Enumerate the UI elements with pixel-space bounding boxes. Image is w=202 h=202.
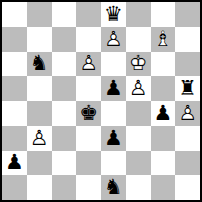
square-a3[interactable] (2, 126, 27, 151)
black-rook-piece: ♜ (175, 76, 200, 101)
square-b7[interactable] (27, 27, 52, 52)
square-a7[interactable] (2, 27, 27, 52)
square-e8[interactable]: ♛ (101, 2, 126, 27)
square-e2[interactable] (101, 151, 126, 176)
square-f3[interactable] (126, 126, 151, 151)
square-h6[interactable] (175, 52, 200, 77)
white-pawn-piece: ♟♙ (175, 101, 200, 126)
black-king-piece: ♚ (76, 101, 101, 126)
square-e5[interactable]: ♟ (101, 76, 126, 101)
square-g1[interactable] (151, 175, 176, 200)
square-g8[interactable] (151, 2, 176, 27)
square-h2[interactable] (175, 151, 200, 176)
square-d4[interactable]: ♚ (76, 101, 101, 126)
square-e6[interactable] (101, 52, 126, 77)
square-e3[interactable]: ♟ (101, 126, 126, 151)
chess-board: ♛♟♙♝♗♞♟♙♚♔♟♟♙♜♚♟♟♙♟♙♟♟♞ (0, 0, 202, 202)
square-b5[interactable] (27, 76, 52, 101)
square-c6[interactable] (52, 52, 77, 77)
square-d3[interactable] (76, 126, 101, 151)
black-queen-piece: ♛ (101, 2, 126, 27)
square-c3[interactable] (52, 126, 77, 151)
white-pawn-piece: ♟♙ (101, 27, 126, 52)
square-c8[interactable] (52, 2, 77, 27)
square-a1[interactable] (2, 175, 27, 200)
square-h5[interactable]: ♜ (175, 76, 200, 101)
square-e1[interactable]: ♞ (101, 175, 126, 200)
square-b2[interactable] (27, 151, 52, 176)
square-g3[interactable] (151, 126, 176, 151)
square-f4[interactable] (126, 101, 151, 126)
white-bishop-piece: ♝♗ (151, 27, 176, 52)
black-knight-piece: ♞ (27, 52, 52, 77)
square-e7[interactable]: ♟♙ (101, 27, 126, 52)
square-d6[interactable]: ♟♙ (76, 52, 101, 77)
black-pawn-piece: ♟ (101, 126, 126, 151)
black-pawn-piece: ♟ (151, 101, 176, 126)
white-king-piece: ♚♔ (126, 52, 151, 77)
square-g6[interactable] (151, 52, 176, 77)
square-a8[interactable] (2, 2, 27, 27)
white-pawn-piece: ♟♙ (27, 126, 52, 151)
square-h8[interactable] (175, 2, 200, 27)
square-b4[interactable] (27, 101, 52, 126)
black-pawn-piece: ♟ (101, 76, 126, 101)
square-h4[interactable]: ♟♙ (175, 101, 200, 126)
square-d7[interactable] (76, 27, 101, 52)
square-d5[interactable] (76, 76, 101, 101)
square-b6[interactable]: ♞ (27, 52, 52, 77)
square-c4[interactable] (52, 101, 77, 126)
square-f5[interactable]: ♟♙ (126, 76, 151, 101)
square-c1[interactable] (52, 175, 77, 200)
square-h7[interactable] (175, 27, 200, 52)
square-e4[interactable] (101, 101, 126, 126)
square-a5[interactable] (2, 76, 27, 101)
square-g2[interactable] (151, 151, 176, 176)
square-c7[interactable] (52, 27, 77, 52)
square-f8[interactable] (126, 2, 151, 27)
square-h3[interactable] (175, 126, 200, 151)
square-g4[interactable]: ♟ (151, 101, 176, 126)
square-a4[interactable] (2, 101, 27, 126)
square-c5[interactable] (52, 76, 77, 101)
square-f1[interactable] (126, 175, 151, 200)
white-pawn-piece: ♟♙ (76, 52, 101, 77)
square-h1[interactable] (175, 175, 200, 200)
square-d1[interactable] (76, 175, 101, 200)
square-a6[interactable] (2, 52, 27, 77)
square-d2[interactable] (76, 151, 101, 176)
square-d8[interactable] (76, 2, 101, 27)
square-c2[interactable] (52, 151, 77, 176)
square-g5[interactable] (151, 76, 176, 101)
square-b3[interactable]: ♟♙ (27, 126, 52, 151)
black-knight-piece: ♞ (101, 175, 126, 200)
square-f2[interactable] (126, 151, 151, 176)
square-b8[interactable] (27, 2, 52, 27)
square-g7[interactable]: ♝♗ (151, 27, 176, 52)
square-b1[interactable] (27, 175, 52, 200)
square-f7[interactable] (126, 27, 151, 52)
black-pawn-piece: ♟ (2, 151, 27, 176)
square-f6[interactable]: ♚♔ (126, 52, 151, 77)
square-a2[interactable]: ♟ (2, 151, 27, 176)
white-pawn-piece: ♟♙ (126, 76, 151, 101)
